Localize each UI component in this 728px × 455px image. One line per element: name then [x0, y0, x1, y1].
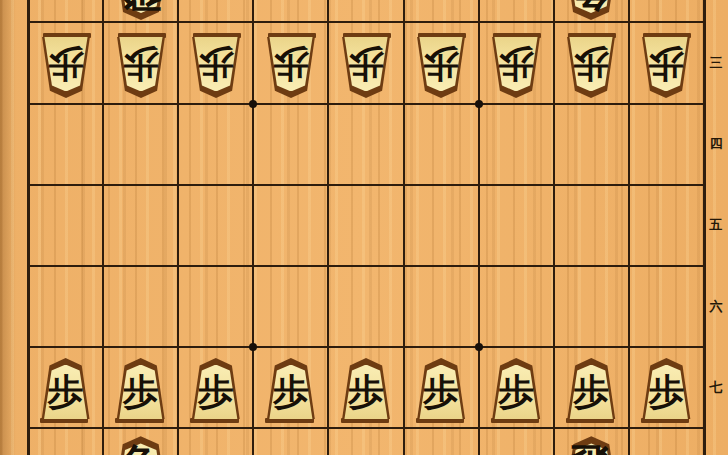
square-2g[interactable] [554, 347, 629, 428]
square-7e[interactable] [178, 185, 253, 266]
square-5h[interactable] [328, 428, 403, 455]
square-2d[interactable] [554, 104, 629, 185]
board-left-edge-shade [0, 0, 16, 455]
square-6c[interactable] [253, 22, 328, 103]
rank-label-7: 七 [704, 379, 728, 397]
square-8f[interactable] [103, 266, 178, 347]
square-5b[interactable] [328, 0, 403, 22]
square-4g[interactable] [404, 347, 479, 428]
square-9d[interactable] [28, 104, 103, 185]
square-3d[interactable] [479, 104, 554, 185]
rank-label-5: 五 [704, 216, 728, 234]
square-1e[interactable] [629, 185, 704, 266]
square-4f[interactable] [404, 266, 479, 347]
square-1d[interactable] [629, 104, 704, 185]
square-7b[interactable] [178, 0, 253, 22]
square-1c[interactable] [629, 22, 704, 103]
square-2b[interactable] [554, 0, 629, 22]
square-9b[interactable] [28, 0, 103, 22]
square-7g[interactable] [178, 347, 253, 428]
square-3c[interactable] [479, 22, 554, 103]
square-4b[interactable] [404, 0, 479, 22]
square-3h[interactable] [479, 428, 554, 455]
square-8d[interactable] [103, 104, 178, 185]
square-5e[interactable] [328, 185, 403, 266]
square-1f[interactable] [629, 266, 704, 347]
square-8g[interactable] [103, 347, 178, 428]
square-9g[interactable] [28, 347, 103, 428]
square-8h[interactable] [103, 428, 178, 455]
square-5c[interactable] [328, 22, 403, 103]
square-3g[interactable] [479, 347, 554, 428]
square-9e[interactable] [28, 185, 103, 266]
rank-label-4: 四 [704, 135, 728, 153]
square-3e[interactable] [479, 185, 554, 266]
square-6b[interactable] [253, 0, 328, 22]
square-6e[interactable] [253, 185, 328, 266]
square-2f[interactable] [554, 266, 629, 347]
square-7h[interactable] [178, 428, 253, 455]
square-5f[interactable] [328, 266, 403, 347]
square-9h[interactable] [28, 428, 103, 455]
square-2c[interactable] [554, 22, 629, 103]
square-7d[interactable] [178, 104, 253, 185]
rank-label-6: 六 [704, 298, 728, 316]
square-5g[interactable] [328, 347, 403, 428]
square-4d[interactable] [404, 104, 479, 185]
square-7f[interactable] [178, 266, 253, 347]
square-1g[interactable] [629, 347, 704, 428]
square-7c[interactable] [178, 22, 253, 103]
square-9f[interactable] [28, 266, 103, 347]
square-8b[interactable] [103, 0, 178, 22]
square-9c[interactable] [28, 22, 103, 103]
shogi-board: 飛角歩歩歩歩歩歩歩歩歩歩歩歩歩歩歩歩歩歩角飛 三四五六七 [0, 0, 728, 455]
square-8e[interactable] [103, 185, 178, 266]
square-6h[interactable] [253, 428, 328, 455]
square-6f[interactable] [253, 266, 328, 347]
square-6g[interactable] [253, 347, 328, 428]
square-6d[interactable] [253, 104, 328, 185]
square-2h[interactable] [554, 428, 629, 455]
square-4c[interactable] [404, 22, 479, 103]
square-5d[interactable] [328, 104, 403, 185]
square-1b[interactable] [629, 0, 704, 22]
square-3f[interactable] [479, 266, 554, 347]
square-8c[interactable] [103, 22, 178, 103]
square-4h[interactable] [404, 428, 479, 455]
square-2e[interactable] [554, 185, 629, 266]
square-4e[interactable] [404, 185, 479, 266]
square-3b[interactable] [479, 0, 554, 22]
rank-label-3: 三 [704, 54, 728, 72]
square-1h[interactable] [629, 428, 704, 455]
